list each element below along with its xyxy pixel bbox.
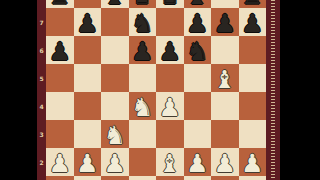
square-a5 [46, 64, 74, 92]
square-b4 [74, 92, 102, 120]
board-frame: ♜♝♛♚♝♜♟♞♟♟♟♟♟♟♞♝♞♟♞♟♟♟♝♟♟♟♜♛♚♜ 765432 [37, 0, 280, 180]
square-c5 [101, 64, 129, 92]
square-e1: ♚ [156, 176, 184, 180]
square-d1: ♛ [129, 176, 157, 180]
square-f8: ♝ [184, 0, 212, 8]
square-d5 [129, 64, 157, 92]
square-a1: ♜ [46, 176, 74, 180]
square-f6: ♞ [184, 36, 212, 64]
square-e3 [156, 120, 184, 148]
square-g2: ♟ [211, 148, 239, 176]
square-h8: ♜ [239, 0, 267, 8]
square-g3 [211, 120, 239, 148]
piece-white-pawn-e4: ♟ [156, 94, 184, 121]
piece-white-pawn-g2: ♟ [211, 150, 239, 177]
square-d2 [129, 148, 157, 176]
piece-white-pawn-c2: ♟ [101, 150, 129, 177]
square-g6 [211, 36, 239, 64]
square-f5 [184, 64, 212, 92]
piece-white-king-e1: ♚ [156, 178, 184, 180]
piece-black-knight-f6: ♞ [184, 38, 212, 65]
square-g7: ♟ [211, 8, 239, 36]
square-f3 [184, 120, 212, 148]
piece-white-bishop-e2: ♝ [156, 150, 184, 177]
square-c7 [101, 8, 129, 36]
square-e6: ♟ [156, 36, 184, 64]
square-h2: ♟ [239, 148, 267, 176]
rank-label-2: 2 [37, 159, 46, 166]
square-g1 [211, 176, 239, 180]
letterbox-right [280, 0, 320, 180]
square-a7 [46, 8, 74, 36]
square-h3 [239, 120, 267, 148]
square-f1 [184, 176, 212, 180]
square-f4 [184, 92, 212, 120]
square-e2: ♝ [156, 148, 184, 176]
square-e7 [156, 8, 184, 36]
square-b3 [74, 120, 102, 148]
piece-white-rook-h1: ♜ [239, 178, 267, 180]
rank-label-4: 4 [37, 103, 46, 110]
square-d7: ♞ [129, 8, 157, 36]
square-b8 [74, 0, 102, 8]
square-e5 [156, 64, 184, 92]
square-e8: ♚ [156, 0, 184, 8]
rank-label-6: 6 [37, 47, 46, 54]
piece-black-pawn-e6: ♟ [156, 38, 184, 65]
piece-black-knight-d7: ♞ [129, 10, 157, 37]
letterbox-left [0, 0, 37, 180]
piece-white-queen-d1: ♛ [129, 178, 157, 180]
square-c2: ♟ [101, 148, 129, 176]
square-f7: ♟ [184, 8, 212, 36]
square-d3 [129, 120, 157, 148]
piece-black-pawn-g7: ♟ [211, 10, 239, 37]
piece-white-knight-d4: ♞ [129, 94, 157, 121]
square-g8 [211, 0, 239, 8]
square-e4: ♟ [156, 92, 184, 120]
piece-black-pawn-f7: ♟ [184, 10, 212, 37]
square-g5: ♝ [211, 64, 239, 92]
square-d8: ♛ [129, 0, 157, 8]
piece-black-pawn-h7: ♟ [239, 10, 267, 37]
square-h5 [239, 64, 267, 92]
video-frame: ♜♝♛♚♝♜♟♞♟♟♟♟♟♟♞♝♞♟♞♟♟♟♝♟♟♟♜♛♚♜ 765432 [0, 0, 320, 180]
piece-white-pawn-f2: ♟ [184, 150, 212, 177]
square-a6: ♟ [46, 36, 74, 64]
piece-white-pawn-b2: ♟ [74, 150, 102, 177]
piece-black-pawn-d6: ♟ [129, 38, 157, 65]
square-d4: ♞ [129, 92, 157, 120]
square-a4 [46, 92, 74, 120]
piece-white-rook-a1: ♜ [46, 178, 74, 180]
piece-black-pawn-a6: ♟ [46, 38, 74, 65]
piece-white-pawn-a2: ♟ [46, 150, 74, 177]
square-a3 [46, 120, 74, 148]
rank-label-3: 3 [37, 131, 46, 138]
piece-white-bishop-g5: ♝ [211, 66, 239, 93]
piece-white-pawn-h2: ♟ [239, 150, 267, 177]
square-a2: ♟ [46, 148, 74, 176]
square-b7: ♟ [74, 8, 102, 36]
square-d6: ♟ [129, 36, 157, 64]
watermark-tick-column [270, 0, 276, 180]
square-c8: ♝ [101, 0, 129, 8]
square-b1 [74, 176, 102, 180]
rank-label-5: 5 [37, 75, 46, 82]
square-c3: ♞ [101, 120, 129, 148]
square-h4 [239, 92, 267, 120]
rank-label-7: 7 [37, 19, 46, 26]
square-h1: ♜ [239, 176, 267, 180]
square-h6 [239, 36, 267, 64]
piece-black-pawn-b7: ♟ [74, 10, 102, 37]
square-c4 [101, 92, 129, 120]
square-b6 [74, 36, 102, 64]
square-c6 [101, 36, 129, 64]
square-b2: ♟ [74, 148, 102, 176]
piece-white-knight-c3: ♞ [101, 122, 129, 149]
square-a8: ♜ [46, 0, 74, 8]
square-f2: ♟ [184, 148, 212, 176]
square-g4 [211, 92, 239, 120]
square-b5 [74, 64, 102, 92]
square-c1 [101, 176, 129, 180]
chess-board: ♜♝♛♚♝♜♟♞♟♟♟♟♟♟♞♝♞♟♞♟♟♟♝♟♟♟♜♛♚♜ [46, 0, 266, 180]
square-h7: ♟ [239, 8, 267, 36]
